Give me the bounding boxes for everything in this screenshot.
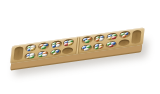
- orange-marble: [122, 34, 127, 38]
- orange-marble: [98, 46, 103, 50]
- red-marble: [111, 36, 116, 40]
- amber-marble: [53, 52, 58, 56]
- pit-top-6[interactable]: [94, 34, 106, 43]
- red-marble: [109, 44, 114, 48]
- amber-marble: [30, 47, 35, 51]
- amber-marble: [68, 42, 73, 46]
- pit-top-1[interactable]: [25, 44, 37, 53]
- white-marble: [84, 48, 89, 52]
- pit-bottom-3[interactable]: [49, 48, 61, 57]
- board-right-half: [80, 31, 131, 53]
- white-marble: [42, 54, 47, 58]
- white-marble: [99, 38, 104, 42]
- pit-top-8[interactable]: [119, 31, 131, 40]
- pit-bottom-1[interactable]: [24, 52, 36, 61]
- pit-top-5[interactable]: [81, 36, 93, 45]
- green-marble: [30, 55, 35, 59]
- pit-bottom-5[interactable]: [80, 44, 92, 53]
- pit-bottom-8[interactable]: [118, 39, 130, 48]
- pit-top-7[interactable]: [106, 33, 118, 42]
- pit-bottom-2[interactable]: [37, 50, 49, 59]
- pit-top-4[interactable]: [63, 39, 75, 48]
- pit-bottom-6[interactable]: [93, 42, 105, 51]
- mancala-board: [10, 27, 145, 63]
- pit-top-3[interactable]: [50, 40, 62, 49]
- white-marble: [55, 44, 60, 48]
- photo-background: [0, 0, 160, 94]
- right-store-pit[interactable]: [131, 30, 141, 45]
- green-marble: [41, 46, 46, 50]
- fold-hinge-seam: [75, 37, 80, 54]
- left-store-pit[interactable]: [13, 46, 23, 61]
- pit-bottom-7[interactable]: [105, 40, 117, 49]
- pit-bottom-4[interactable]: [62, 47, 74, 56]
- pit-top-2[interactable]: [38, 42, 50, 51]
- board-left-half: [24, 38, 75, 60]
- green-marble: [84, 40, 89, 44]
